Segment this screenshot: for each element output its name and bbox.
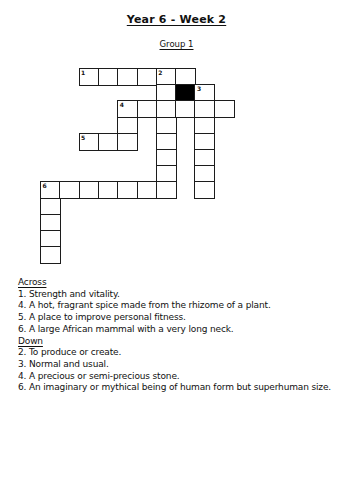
- crossword-cell: [194, 165, 215, 183]
- crossword-cell: 1: [79, 68, 100, 86]
- clue: 6. A large African mammal with a very lo…: [18, 324, 350, 336]
- crossword-cell: [40, 246, 61, 264]
- across-clue-list: 1. Strength and vitality.4. A hot, fragr…: [18, 289, 350, 336]
- crossword-cell: [59, 181, 80, 199]
- crossword-cell: [98, 68, 119, 86]
- crossword-cell: [137, 68, 158, 86]
- crossword-cell: [156, 165, 177, 183]
- clue: 5. A place to improve personal fitness.: [18, 312, 350, 324]
- crossword-cell: [194, 100, 215, 118]
- crossword-cell: [40, 214, 61, 232]
- clue-number: 2: [158, 69, 162, 76]
- crossword-cell: [40, 198, 61, 216]
- down-header: Down: [18, 336, 350, 348]
- crossword-cell: [137, 100, 158, 118]
- crossword-cell: 5: [79, 133, 100, 151]
- clue: 2. To produce or create.: [18, 347, 350, 359]
- clue-number: 5: [81, 134, 85, 141]
- crossword-grid: 123456: [40, 68, 235, 264]
- crossword-cell: [137, 181, 158, 199]
- black-cell: [175, 84, 196, 102]
- page-title: Year 6 - Week 2: [0, 13, 353, 26]
- clue-number: 3: [197, 85, 201, 92]
- clue: 4. A precious or semi-precious stone.: [18, 371, 350, 383]
- crossword-cell: [117, 117, 138, 135]
- crossword-cell: 6: [40, 181, 61, 199]
- crossword-cell: [117, 133, 138, 151]
- clue: 4. A hot, fragrant spice made from the r…: [18, 300, 350, 312]
- crossword-cell: [194, 117, 215, 135]
- clue-number: 6: [43, 182, 47, 189]
- worksheet-page: Year 6 - Week 2 Group 1 123456 Across 1.…: [0, 0, 353, 500]
- crossword-cell: [156, 117, 177, 135]
- crossword-cell: [156, 181, 177, 199]
- crossword-cell: [98, 133, 119, 151]
- crossword-cell: [98, 181, 119, 199]
- across-header: Across: [18, 277, 350, 289]
- down-clue-list: 2. To produce or create.3. Normal and us…: [18, 347, 350, 394]
- crossword-cell: [117, 181, 138, 199]
- group-label: Group 1: [0, 39, 353, 49]
- clues-section: Across 1. Strength and vitality.4. A hot…: [18, 277, 350, 394]
- crossword-cell: [214, 100, 235, 118]
- clue: 3. Normal and usual.: [18, 359, 350, 371]
- crossword-cell: [156, 100, 177, 118]
- crossword-cell: [156, 84, 177, 102]
- crossword-cell: [79, 181, 100, 199]
- crossword-cell: [194, 181, 215, 199]
- crossword-cell: 4: [117, 100, 138, 118]
- crossword-cell: [156, 133, 177, 151]
- crossword-cell: [194, 133, 215, 151]
- crossword-cell: [175, 100, 196, 118]
- clue-number: 1: [81, 69, 85, 76]
- clue: 1. Strength and vitality.: [18, 289, 350, 301]
- clue: 6. An imaginary or mythical being of hum…: [18, 382, 350, 394]
- clue-number: 4: [120, 101, 124, 108]
- crossword-cell: 3: [194, 84, 215, 102]
- crossword-cell: [117, 68, 138, 86]
